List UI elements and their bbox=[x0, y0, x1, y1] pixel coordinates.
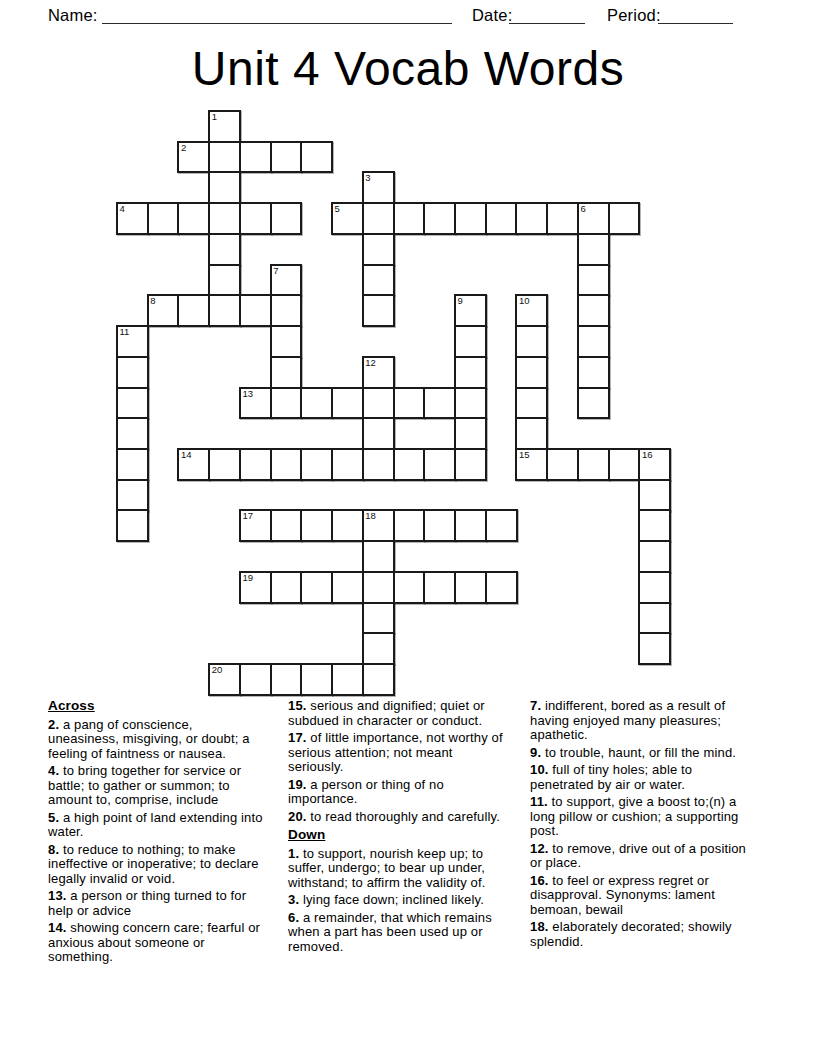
grid-cell-14[interactable]: 14 bbox=[177, 448, 210, 481]
grid-cell[interactable] bbox=[638, 571, 671, 604]
down-clues-part1: 1. to support, nourish keep up; to suffe… bbox=[288, 847, 504, 955]
grid-cell[interactable] bbox=[485, 571, 518, 604]
grid-cell[interactable] bbox=[270, 387, 303, 420]
clue-across-4: 4. to bring together for service or batt… bbox=[48, 764, 264, 808]
grid-cell[interactable] bbox=[331, 448, 364, 481]
grid-cell[interactable] bbox=[638, 479, 671, 512]
grid-cell[interactable] bbox=[116, 356, 149, 389]
grid-cell-3[interactable]: 3 bbox=[362, 171, 395, 204]
grid-cell[interactable] bbox=[300, 448, 333, 481]
grid-cell[interactable] bbox=[454, 509, 487, 542]
grid-cell[interactable] bbox=[423, 387, 456, 420]
grid-cell[interactable] bbox=[515, 325, 548, 358]
grid-cell[interactable] bbox=[208, 448, 241, 481]
grid-cell-20[interactable]: 20 bbox=[208, 663, 241, 696]
grid-cell[interactable] bbox=[454, 448, 487, 481]
grid-cell-7[interactable]: 7 bbox=[270, 264, 303, 297]
grid-cell-18[interactable]: 18 bbox=[362, 509, 395, 542]
grid-cell[interactable] bbox=[485, 202, 518, 235]
clue-across-17: 17. of little importance, not worthy of … bbox=[288, 731, 504, 775]
cell-number: 15 bbox=[519, 449, 530, 460]
cell-number: 7 bbox=[273, 265, 278, 276]
grid-cell[interactable] bbox=[362, 602, 395, 635]
grid-cell[interactable] bbox=[239, 141, 272, 174]
date-blank-line[interactable] bbox=[509, 23, 585, 24]
grid-cell[interactable] bbox=[515, 202, 548, 235]
grid-cell[interactable] bbox=[177, 294, 210, 327]
grid-cell[interactable] bbox=[362, 264, 395, 297]
cell-number: 2 bbox=[181, 142, 186, 153]
grid-cell[interactable] bbox=[208, 233, 241, 266]
cell-number: 18 bbox=[365, 510, 376, 521]
clue-across-8: 8. to reduce to nothing; to make ineffec… bbox=[48, 843, 264, 887]
grid-cell[interactable] bbox=[362, 540, 395, 573]
cell-number: 10 bbox=[519, 295, 530, 306]
clue-across-5: 5. a high point of land extending into w… bbox=[48, 811, 264, 840]
grid-cell-2[interactable]: 2 bbox=[177, 141, 210, 174]
grid-cell-9[interactable]: 9 bbox=[454, 294, 487, 327]
grid-cell-1[interactable]: 1 bbox=[208, 110, 241, 143]
period-label: Period: bbox=[607, 6, 661, 25]
grid-cell[interactable] bbox=[331, 509, 364, 542]
grid-cell-11[interactable]: 11 bbox=[116, 325, 149, 358]
grid-cell[interactable] bbox=[638, 602, 671, 635]
name-label: Name: bbox=[48, 6, 98, 25]
grid-cell[interactable] bbox=[515, 356, 548, 389]
grid-cell[interactable] bbox=[239, 202, 272, 235]
clue-across-13: 13. a person or thing turned to for help… bbox=[48, 889, 264, 918]
grid-cell-15[interactable]: 15 bbox=[515, 448, 548, 481]
grid-cell[interactable] bbox=[577, 325, 610, 358]
grid-cell[interactable] bbox=[454, 571, 487, 604]
grid-cell[interactable] bbox=[116, 479, 149, 512]
grid-cell[interactable] bbox=[393, 571, 426, 604]
period-blank-line[interactable] bbox=[658, 23, 733, 24]
grid-cell[interactable] bbox=[393, 387, 426, 420]
cell-number: 8 bbox=[150, 295, 155, 306]
grid-cell[interactable] bbox=[454, 387, 487, 420]
grid-cell[interactable] bbox=[147, 202, 180, 235]
grid-cell[interactable] bbox=[362, 387, 395, 420]
grid-cell-10[interactable]: 10 bbox=[515, 294, 548, 327]
grid-cell[interactable] bbox=[208, 264, 241, 297]
grid-cell[interactable] bbox=[362, 417, 395, 450]
grid-cell[interactable] bbox=[577, 264, 610, 297]
grid-cell[interactable] bbox=[546, 448, 579, 481]
clue-down-12: 12. to remove, drive out of a position o… bbox=[530, 842, 752, 871]
clue-down-10: 10. full of tiny holes; able to penetrat… bbox=[530, 763, 752, 792]
grid-cell[interactable] bbox=[515, 417, 548, 450]
grid-cell[interactable] bbox=[270, 663, 303, 696]
cell-number: 11 bbox=[120, 326, 130, 337]
grid-cell[interactable] bbox=[270, 294, 303, 327]
grid-cell[interactable] bbox=[270, 509, 303, 542]
cell-number: 14 bbox=[181, 449, 192, 460]
grid-cell[interactable] bbox=[393, 448, 426, 481]
clue-down-9: 9. to trouble, haunt, or fill the mind. bbox=[530, 746, 752, 761]
grid-cell[interactable] bbox=[239, 448, 272, 481]
grid-cell-16[interactable]: 16 bbox=[638, 448, 671, 481]
grid-cell[interactable] bbox=[454, 417, 487, 450]
grid-cell[interactable] bbox=[485, 509, 518, 542]
grid-cell[interactable] bbox=[116, 509, 149, 542]
cell-number: 13 bbox=[242, 388, 253, 399]
grid-cell[interactable] bbox=[577, 356, 610, 389]
grid-cell[interactable] bbox=[638, 540, 671, 573]
cell-number: 17 bbox=[242, 510, 253, 521]
grid-cell[interactable] bbox=[577, 448, 610, 481]
grid-cell-12[interactable]: 12 bbox=[362, 356, 395, 389]
grid-cell[interactable] bbox=[577, 233, 610, 266]
grid-cell[interactable] bbox=[239, 663, 272, 696]
clue-across-2: 2. a pang of conscience, uneasiness, mis… bbox=[48, 718, 264, 762]
grid-cell[interactable] bbox=[577, 294, 610, 327]
grid-cell[interactable] bbox=[208, 141, 241, 174]
grid-cell[interactable] bbox=[116, 417, 149, 450]
grid-cell[interactable] bbox=[331, 387, 364, 420]
grid-cell[interactable] bbox=[362, 233, 395, 266]
grid-cell[interactable] bbox=[423, 448, 456, 481]
date-label: Date: bbox=[472, 6, 512, 25]
across-clues-part1: 2. a pang of conscience, uneasiness, mis… bbox=[48, 718, 264, 965]
grid-cell[interactable] bbox=[270, 448, 303, 481]
clue-across-14: 14. showing concern care; fearful or anx… bbox=[48, 921, 264, 965]
grid-cell[interactable] bbox=[454, 202, 487, 235]
grid-cell[interactable] bbox=[270, 325, 303, 358]
grid-cell[interactable] bbox=[454, 356, 487, 389]
grid-cell[interactable] bbox=[638, 632, 671, 665]
clue-down-6: 6. a remainder, that which remains when … bbox=[288, 911, 504, 955]
clue-down-18: 18. elaborately decorated; showily splen… bbox=[530, 920, 752, 949]
cell-number: 20 bbox=[212, 664, 223, 675]
grid-cell-8[interactable]: 8 bbox=[147, 294, 180, 327]
grid-cell-5[interactable]: 5 bbox=[331, 202, 364, 235]
cell-number: 12 bbox=[365, 357, 376, 368]
grid-cell-4[interactable]: 4 bbox=[116, 202, 149, 235]
grid-cell[interactable] bbox=[362, 294, 395, 327]
cell-number: 5 bbox=[335, 203, 340, 214]
clue-down-1: 1. to support, nourish keep up; to suffe… bbox=[288, 847, 504, 891]
grid-cell[interactable] bbox=[239, 294, 272, 327]
grid-cell[interactable] bbox=[608, 448, 641, 481]
grid-cell[interactable] bbox=[393, 509, 426, 542]
grid-cell[interactable] bbox=[577, 387, 610, 420]
grid-cell[interactable] bbox=[515, 387, 548, 420]
cell-number: 1 bbox=[212, 111, 217, 122]
grid-cell[interactable] bbox=[362, 448, 395, 481]
grid-cell[interactable] bbox=[300, 571, 333, 604]
grid-cell[interactable] bbox=[270, 141, 303, 174]
grid-cell[interactable] bbox=[208, 202, 241, 235]
grid-cell[interactable] bbox=[270, 202, 303, 235]
clue-down-7: 7. indifferent, bored as a result of hav… bbox=[530, 699, 752, 743]
clue-column-1: Across 2. a pang of conscience, uneasine… bbox=[48, 699, 264, 968]
cell-number: 4 bbox=[120, 203, 125, 214]
cell-number: 9 bbox=[458, 295, 463, 306]
clue-down-11: 11. to support, give a boost to;(n) a lo… bbox=[530, 795, 752, 839]
grid-cell[interactable] bbox=[300, 663, 333, 696]
grid-cell[interactable] bbox=[393, 202, 426, 235]
grid-cell[interactable] bbox=[331, 571, 364, 604]
grid-cell[interactable] bbox=[208, 171, 241, 204]
grid-cell[interactable] bbox=[270, 356, 303, 389]
grid-cell[interactable] bbox=[362, 632, 395, 665]
grid-cell[interactable] bbox=[177, 202, 210, 235]
grid-cell[interactable] bbox=[116, 448, 149, 481]
clue-across-20: 20. to read thoroughly and carefully. bbox=[288, 810, 504, 825]
grid-cell[interactable] bbox=[608, 202, 641, 235]
grid-cell[interactable] bbox=[208, 294, 241, 327]
across-clues-part2: 15. serious and dignified; quiet or subd… bbox=[288, 699, 504, 824]
grid-cell[interactable] bbox=[116, 387, 149, 420]
clue-column-2: 15. serious and dignified; quiet or subd… bbox=[288, 699, 504, 957]
grid-cell[interactable] bbox=[423, 509, 456, 542]
page-title: Unit 4 Vocab Words bbox=[0, 41, 816, 96]
grid-cell[interactable] bbox=[423, 202, 456, 235]
grid-cell[interactable] bbox=[362, 571, 395, 604]
grid-cell[interactable] bbox=[300, 387, 333, 420]
grid-cell[interactable] bbox=[300, 141, 333, 174]
grid-cell[interactable] bbox=[423, 571, 456, 604]
name-blank-line[interactable] bbox=[102, 23, 452, 24]
grid-cell-6[interactable]: 6 bbox=[577, 202, 610, 235]
grid-cell[interactable] bbox=[270, 571, 303, 604]
grid-cell[interactable] bbox=[300, 509, 333, 542]
cell-number: 3 bbox=[365, 172, 370, 183]
grid-cell[interactable] bbox=[546, 202, 579, 235]
grid-cell[interactable] bbox=[362, 202, 395, 235]
cell-number: 6 bbox=[580, 203, 585, 214]
grid-cell-13[interactable]: 13 bbox=[239, 387, 272, 420]
clue-column-3: 7. indifferent, bored as a result of hav… bbox=[530, 699, 752, 952]
grid-cell-19[interactable]: 19 bbox=[239, 571, 272, 604]
grid-cell[interactable] bbox=[638, 509, 671, 542]
clue-across-15: 15. serious and dignified; quiet or subd… bbox=[288, 699, 504, 728]
grid-cell[interactable] bbox=[331, 663, 364, 696]
grid-cell[interactable] bbox=[454, 325, 487, 358]
across-heading: Across bbox=[48, 699, 264, 714]
clue-across-19: 19. a person or thing of no importance. bbox=[288, 778, 504, 807]
clue-down-16: 16. to feel or express regret or disappr… bbox=[530, 874, 752, 918]
clue-down-3: 3. lying face down; inclined likely. bbox=[288, 893, 504, 908]
cell-number: 16 bbox=[642, 449, 653, 460]
cell-number: 19 bbox=[242, 572, 253, 583]
grid-cell[interactable] bbox=[362, 663, 395, 696]
down-clues-part2: 7. indifferent, bored as a result of hav… bbox=[530, 699, 752, 949]
grid-cell-17[interactable]: 17 bbox=[239, 509, 272, 542]
down-heading: Down bbox=[288, 828, 504, 843]
